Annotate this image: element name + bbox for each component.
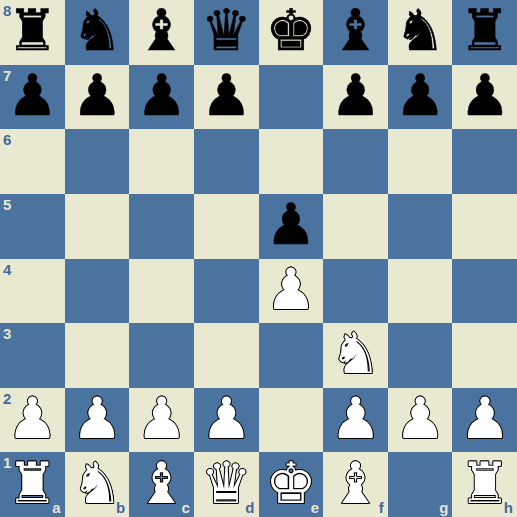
square-g7[interactable]: ♟ xyxy=(388,65,453,130)
square-c2[interactable]: ♟ xyxy=(129,388,194,453)
square-e7[interactable] xyxy=(259,65,324,130)
black-knight-b8[interactable]: ♞ xyxy=(71,0,122,62)
rank-label-4: 4 xyxy=(3,262,11,277)
square-d1[interactable]: d♛ xyxy=(194,452,259,517)
square-b6[interactable] xyxy=(65,129,130,194)
square-d4[interactable] xyxy=(194,259,259,324)
square-d3[interactable] xyxy=(194,323,259,388)
square-h3[interactable] xyxy=(452,323,517,388)
square-f5[interactable] xyxy=(323,194,388,259)
square-g8[interactable]: ♞ xyxy=(388,0,453,65)
square-e1[interactable]: e♚ xyxy=(259,452,324,517)
white-pawn-a2[interactable]: ♟ xyxy=(7,388,58,450)
square-h2[interactable]: ♟ xyxy=(452,388,517,453)
white-queen-d1[interactable]: ♛ xyxy=(201,452,252,514)
square-a4[interactable]: 4 xyxy=(0,259,65,324)
square-b2[interactable]: ♟ xyxy=(65,388,130,453)
square-c3[interactable] xyxy=(129,323,194,388)
white-king-e1[interactable]: ♚ xyxy=(265,452,316,514)
rank-label-5: 5 xyxy=(3,197,11,212)
rank-label-6: 6 xyxy=(3,132,11,147)
square-c6[interactable] xyxy=(129,129,194,194)
square-g5[interactable] xyxy=(388,194,453,259)
square-d8[interactable]: ♛ xyxy=(194,0,259,65)
square-d2[interactable]: ♟ xyxy=(194,388,259,453)
square-a8[interactable]: 8♜ xyxy=(0,0,65,65)
white-pawn-f2[interactable]: ♟ xyxy=(330,388,381,450)
square-c8[interactable]: ♝ xyxy=(129,0,194,65)
black-pawn-e5[interactable]: ♟ xyxy=(265,194,316,256)
square-b8[interactable]: ♞ xyxy=(65,0,130,65)
square-a3[interactable]: 3 xyxy=(0,323,65,388)
black-bishop-f8[interactable]: ♝ xyxy=(330,0,381,62)
black-pawn-h7[interactable]: ♟ xyxy=(459,65,510,127)
black-pawn-d7[interactable]: ♟ xyxy=(201,65,252,127)
square-g4[interactable] xyxy=(388,259,453,324)
white-knight-f3[interactable]: ♞ xyxy=(330,323,381,385)
square-b5[interactable] xyxy=(65,194,130,259)
square-g6[interactable] xyxy=(388,129,453,194)
black-pawn-g7[interactable]: ♟ xyxy=(395,65,446,127)
black-knight-g8[interactable]: ♞ xyxy=(395,0,446,62)
square-d6[interactable] xyxy=(194,129,259,194)
square-b3[interactable] xyxy=(65,323,130,388)
square-e4[interactable]: ♟ xyxy=(259,259,324,324)
square-b7[interactable]: ♟ xyxy=(65,65,130,130)
white-pawn-c2[interactable]: ♟ xyxy=(136,388,187,450)
square-h1[interactable]: h♜ xyxy=(452,452,517,517)
white-pawn-d2[interactable]: ♟ xyxy=(201,388,252,450)
square-c4[interactable] xyxy=(129,259,194,324)
square-a5[interactable]: 5 xyxy=(0,194,65,259)
file-label-g: g xyxy=(439,500,448,515)
white-knight-b1[interactable]: ♞ xyxy=(71,452,122,514)
square-g2[interactable]: ♟ xyxy=(388,388,453,453)
square-e3[interactable] xyxy=(259,323,324,388)
black-pawn-a7[interactable]: ♟ xyxy=(7,65,58,127)
square-c7[interactable]: ♟ xyxy=(129,65,194,130)
square-h7[interactable]: ♟ xyxy=(452,65,517,130)
square-e6[interactable] xyxy=(259,129,324,194)
square-b1[interactable]: b♞ xyxy=(65,452,130,517)
square-a1[interactable]: 1a♜ xyxy=(0,452,65,517)
square-h5[interactable] xyxy=(452,194,517,259)
square-g3[interactable] xyxy=(388,323,453,388)
square-d7[interactable]: ♟ xyxy=(194,65,259,130)
white-pawn-h2[interactable]: ♟ xyxy=(459,388,510,450)
square-h4[interactable] xyxy=(452,259,517,324)
square-f2[interactable]: ♟ xyxy=(323,388,388,453)
white-rook-a1[interactable]: ♜ xyxy=(7,452,58,514)
black-pawn-b7[interactable]: ♟ xyxy=(71,65,122,127)
black-bishop-c8[interactable]: ♝ xyxy=(136,0,187,62)
black-king-e8[interactable]: ♚ xyxy=(265,0,316,62)
square-f8[interactable]: ♝ xyxy=(323,0,388,65)
square-c1[interactable]: c♝ xyxy=(129,452,194,517)
square-f7[interactable]: ♟ xyxy=(323,65,388,130)
square-f3[interactable]: ♞ xyxy=(323,323,388,388)
square-b4[interactable] xyxy=(65,259,130,324)
square-f1[interactable]: f♝ xyxy=(323,452,388,517)
square-a7[interactable]: 7♟ xyxy=(0,65,65,130)
black-queen-d8[interactable]: ♛ xyxy=(201,0,252,62)
square-c5[interactable] xyxy=(129,194,194,259)
square-f4[interactable] xyxy=(323,259,388,324)
square-h8[interactable]: ♜ xyxy=(452,0,517,65)
square-f6[interactable] xyxy=(323,129,388,194)
square-a2[interactable]: 2♟ xyxy=(0,388,65,453)
black-pawn-f7[interactable]: ♟ xyxy=(330,65,381,127)
white-pawn-e4[interactable]: ♟ xyxy=(265,259,316,321)
black-pawn-c7[interactable]: ♟ xyxy=(136,65,187,127)
square-g1[interactable]: g xyxy=(388,452,453,517)
white-bishop-f1[interactable]: ♝ xyxy=(330,452,381,514)
square-e5[interactable]: ♟ xyxy=(259,194,324,259)
black-rook-a8[interactable]: ♜ xyxy=(7,0,58,62)
rank-label-3: 3 xyxy=(3,326,11,341)
chess-board: 8♜♞♝♛♚♝♞♜7♟♟♟♟♟♟♟65♟4♟3♞2♟♟♟♟♟♟♟1a♜b♞c♝d… xyxy=(0,0,517,517)
white-pawn-b2[interactable]: ♟ xyxy=(71,388,122,450)
square-h6[interactable] xyxy=(452,129,517,194)
white-bishop-c1[interactable]: ♝ xyxy=(136,452,187,514)
black-rook-h8[interactable]: ♜ xyxy=(459,0,510,62)
white-rook-h1[interactable]: ♜ xyxy=(459,452,510,514)
square-e2[interactable] xyxy=(259,388,324,453)
white-pawn-g2[interactable]: ♟ xyxy=(395,388,446,450)
square-d5[interactable] xyxy=(194,194,259,259)
square-a6[interactable]: 6 xyxy=(0,129,65,194)
square-e8[interactable]: ♚ xyxy=(259,0,324,65)
